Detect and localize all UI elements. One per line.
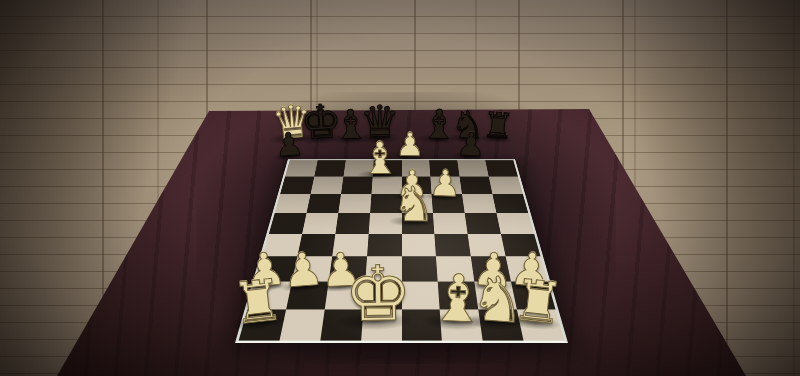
chess-piece-white-bishop-d6[interactable]: ♝ bbox=[360, 136, 400, 181]
square-b7[interactable] bbox=[310, 176, 343, 193]
pawn-glyph: ♟ bbox=[396, 128, 425, 160]
pawn-glyph: ♟ bbox=[456, 128, 486, 162]
chess-piece-white-knight-e4[interactable]: ♞ bbox=[392, 180, 436, 228]
square-a6[interactable] bbox=[275, 194, 311, 213]
square-h5[interactable] bbox=[497, 213, 535, 234]
chess-piece-white-king-d1[interactable]: ♚ bbox=[343, 255, 412, 332]
square-f5[interactable] bbox=[433, 213, 468, 234]
square-g7[interactable] bbox=[460, 176, 493, 193]
square-g5[interactable] bbox=[465, 213, 501, 234]
square-b6[interactable] bbox=[306, 194, 340, 213]
rook-glyph: ♜ bbox=[510, 271, 567, 333]
rook-glyph: ♜ bbox=[230, 271, 287, 333]
square-h6[interactable] bbox=[493, 194, 529, 213]
square-h8[interactable] bbox=[485, 160, 518, 176]
square-c6[interactable] bbox=[338, 194, 371, 213]
knight-glyph: ♞ bbox=[392, 180, 436, 228]
chess-piece-black-pawn-g7[interactable]: ♟ bbox=[456, 128, 486, 162]
square-a5[interactable] bbox=[269, 213, 307, 234]
square-c5[interactable] bbox=[335, 213, 370, 234]
square-f4[interactable] bbox=[435, 234, 471, 257]
chess-piece-white-rook-h1[interactable]: ♜ bbox=[510, 271, 567, 333]
square-g6[interactable] bbox=[462, 194, 496, 213]
square-b8[interactable] bbox=[314, 160, 345, 176]
chess-piece-white-pawn-e7[interactable]: ♟ bbox=[396, 128, 425, 160]
chess-piece-black-pawn-a7[interactable]: ♟ bbox=[273, 127, 304, 161]
chess-piece-white-rook-a1[interactable]: ♜ bbox=[230, 271, 287, 333]
pawn-glyph: ♟ bbox=[273, 127, 304, 161]
bishop-glyph: ♝ bbox=[360, 136, 400, 181]
king-glyph: ♚ bbox=[343, 255, 412, 332]
square-h7[interactable] bbox=[489, 176, 523, 193]
chess-game-scene: ♛♚♝♛♝♞♜♟♟♟♝♟♟♞♟♟♟♟♟♜♚♝♞♜ bbox=[0, 0, 800, 376]
square-b5[interactable] bbox=[302, 213, 338, 234]
square-a7[interactable] bbox=[280, 176, 314, 193]
